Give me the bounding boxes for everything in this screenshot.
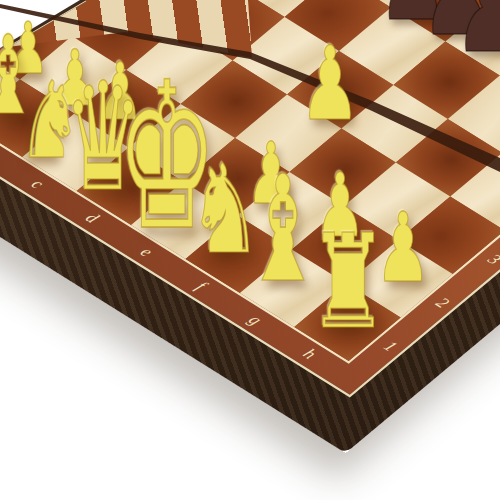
chess-set-photo: abcdefgh12345678 ♟♟♝♞♟♛♚♟♞♟♝♟♜♟♟♟♟ [0,0,500,500]
white-pawn-e4: ♟ [300,33,361,135]
black-pawn-f7: ♟ [453,0,500,72]
white-rook-h1: ♜ [308,217,389,348]
